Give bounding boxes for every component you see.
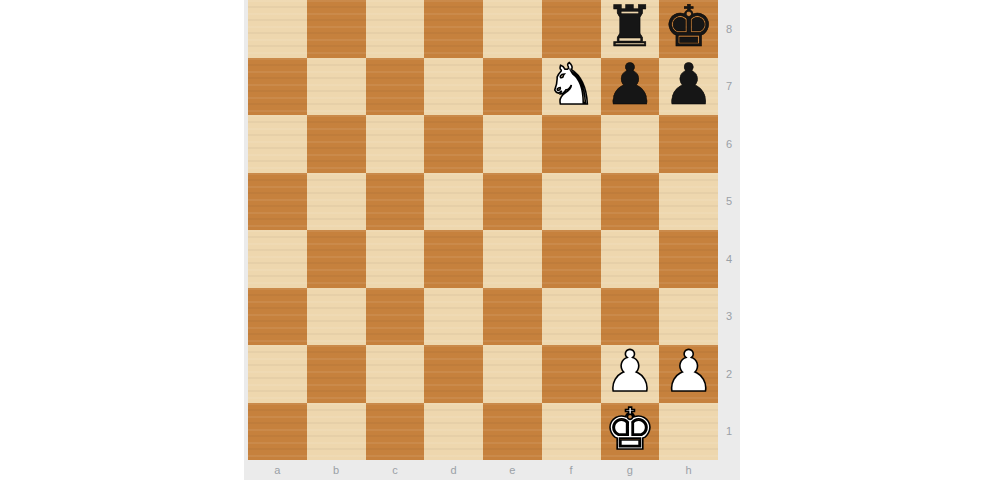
square-e3[interactable] xyxy=(483,288,542,346)
square-b7[interactable] xyxy=(307,58,366,116)
square-a4[interactable] xyxy=(248,230,307,288)
piece-black-rook-g8[interactable]: ♜ xyxy=(604,0,655,55)
square-c2[interactable] xyxy=(366,345,425,403)
square-e8[interactable] xyxy=(483,0,542,58)
square-b5[interactable] xyxy=(307,173,366,231)
square-h7[interactable]: ♟ xyxy=(659,58,718,116)
chessboard-panel: ♜♚♞♟♟♟♟♚ abcdefgh 87654321 xyxy=(244,0,740,480)
square-a5[interactable] xyxy=(248,173,307,231)
square-c8[interactable] xyxy=(366,0,425,58)
square-f8[interactable] xyxy=(542,0,601,58)
square-e6[interactable] xyxy=(483,115,542,173)
square-d7[interactable] xyxy=(424,58,483,116)
square-c5[interactable] xyxy=(366,173,425,231)
square-a8[interactable] xyxy=(248,0,307,58)
square-d2[interactable] xyxy=(424,345,483,403)
file-label-b: b xyxy=(307,460,366,480)
square-h6[interactable] xyxy=(659,115,718,173)
square-h4[interactable] xyxy=(659,230,718,288)
square-d3[interactable] xyxy=(424,288,483,346)
square-c3[interactable] xyxy=(366,288,425,346)
square-h1[interactable] xyxy=(659,403,718,461)
square-d4[interactable] xyxy=(424,230,483,288)
square-f1[interactable] xyxy=(542,403,601,461)
square-b6[interactable] xyxy=(307,115,366,173)
square-b1[interactable] xyxy=(307,403,366,461)
square-a7[interactable] xyxy=(248,58,307,116)
square-h2[interactable]: ♟ xyxy=(659,345,718,403)
square-f6[interactable] xyxy=(542,115,601,173)
square-e2[interactable] xyxy=(483,345,542,403)
square-g2[interactable]: ♟ xyxy=(601,345,660,403)
square-e7[interactable] xyxy=(483,58,542,116)
square-g7[interactable]: ♟ xyxy=(601,58,660,116)
chessboard: ♜♚♞♟♟♟♟♚ xyxy=(248,0,718,460)
square-a6[interactable] xyxy=(248,115,307,173)
square-b8[interactable] xyxy=(307,0,366,58)
square-f2[interactable] xyxy=(542,345,601,403)
square-d5[interactable] xyxy=(424,173,483,231)
rank-label-3: 3 xyxy=(718,288,740,346)
square-b3[interactable] xyxy=(307,288,366,346)
square-g8[interactable]: ♜ xyxy=(601,0,660,58)
square-c1[interactable] xyxy=(366,403,425,461)
square-b2[interactable] xyxy=(307,345,366,403)
square-d6[interactable] xyxy=(424,115,483,173)
rank-labels-column: 87654321 xyxy=(718,0,740,460)
square-d8[interactable] xyxy=(424,0,483,58)
square-f5[interactable] xyxy=(542,173,601,231)
file-labels-row: abcdefgh xyxy=(248,460,718,480)
piece-black-pawn-g7[interactable]: ♟ xyxy=(604,58,655,113)
square-h8[interactable]: ♚ xyxy=(659,0,718,58)
square-h5[interactable] xyxy=(659,173,718,231)
square-e1[interactable] xyxy=(483,403,542,461)
square-a3[interactable] xyxy=(248,288,307,346)
file-label-g: g xyxy=(601,460,660,480)
file-label-a: a xyxy=(248,460,307,480)
square-d1[interactable] xyxy=(424,403,483,461)
piece-white-pawn-g2[interactable]: ♟ xyxy=(604,345,655,400)
rank-label-4: 4 xyxy=(718,230,740,288)
file-label-d: d xyxy=(424,460,483,480)
file-label-e: e xyxy=(483,460,542,480)
square-a2[interactable] xyxy=(248,345,307,403)
file-label-c: c xyxy=(366,460,425,480)
square-f3[interactable] xyxy=(542,288,601,346)
square-c7[interactable] xyxy=(366,58,425,116)
rank-label-7: 7 xyxy=(718,58,740,116)
square-c4[interactable] xyxy=(366,230,425,288)
square-g3[interactable] xyxy=(601,288,660,346)
square-c6[interactable] xyxy=(366,115,425,173)
rank-label-2: 2 xyxy=(718,345,740,403)
square-g5[interactable] xyxy=(601,173,660,231)
square-g1[interactable]: ♚ xyxy=(601,403,660,461)
piece-black-pawn-h7[interactable]: ♟ xyxy=(663,58,714,113)
square-f7[interactable]: ♞ xyxy=(542,58,601,116)
square-e5[interactable] xyxy=(483,173,542,231)
rank-label-8: 8 xyxy=(718,0,740,58)
file-label-f: f xyxy=(542,460,601,480)
square-g6[interactable] xyxy=(601,115,660,173)
square-f4[interactable] xyxy=(542,230,601,288)
rank-label-5: 5 xyxy=(718,173,740,231)
piece-white-pawn-h2[interactable]: ♟ xyxy=(663,345,714,400)
piece-white-king-g1[interactable]: ♚ xyxy=(604,403,655,458)
piece-black-king-h8[interactable]: ♚ xyxy=(663,0,714,55)
square-a1[interactable] xyxy=(248,403,307,461)
rank-label-6: 6 xyxy=(718,115,740,173)
piece-white-knight-f7[interactable]: ♞ xyxy=(546,58,597,113)
square-e4[interactable] xyxy=(483,230,542,288)
file-label-h: h xyxy=(659,460,718,480)
rank-label-1: 1 xyxy=(718,403,740,461)
square-h3[interactable] xyxy=(659,288,718,346)
square-g4[interactable] xyxy=(601,230,660,288)
square-b4[interactable] xyxy=(307,230,366,288)
